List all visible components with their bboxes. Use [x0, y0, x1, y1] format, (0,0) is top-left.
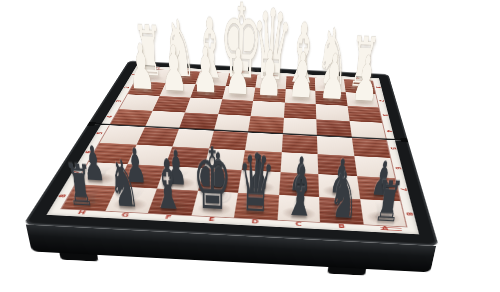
product-photo: HGFEDCBA HGFEDCBA 12345678 12345678 ♜♜♞♞…: [0, 0, 500, 292]
piece-glyph: ♚: [192, 140, 232, 218]
square-f3[interactable]: [185, 98, 222, 114]
piece-black-queen[interactable]: ♛♛: [234, 192, 279, 219]
case-foot: [328, 267, 367, 276]
piece-glyph: ♞: [327, 166, 363, 225]
piece-glyph: ♜: [372, 175, 405, 227]
piece-glyph: ♜: [64, 159, 96, 212]
square-b3[interactable]: [316, 104, 349, 121]
piece-black-bishop[interactable]: ♝♝: [148, 188, 198, 215]
maker-mark: [380, 227, 402, 232]
piece-black-bishop[interactable]: ♝♝: [277, 195, 320, 223]
chess-set: HGFEDCBA HGFEDCBA 12345678 12345678 ♜♜♞♞…: [80, 0, 416, 292]
piece-glyph: ♝: [150, 153, 184, 216]
piece-glyph: ♞: [106, 155, 140, 214]
square-e3[interactable]: [218, 99, 253, 115]
case-foot: [60, 253, 99, 262]
piece-glyph: ♛: [237, 147, 276, 221]
piece-black-king[interactable]: ♚♚: [191, 190, 238, 217]
board-tilt: HGFEDCBA HGFEDCBA 12345678 12345678 ♜♜♞♞…: [23, 61, 439, 246]
piece-black-rook[interactable]: ♜♜: [360, 199, 406, 227]
square-d3[interactable]: [251, 101, 285, 118]
piece-black-knight[interactable]: ♞♞: [319, 197, 363, 225]
piece-glyph: ♝: [283, 160, 319, 223]
piece-black-knight[interactable]: ♞♞: [105, 186, 157, 213]
square-c3[interactable]: [283, 102, 316, 119]
